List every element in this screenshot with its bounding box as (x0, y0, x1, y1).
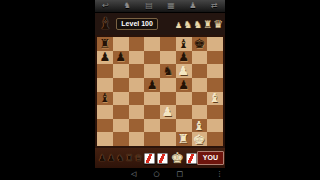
square-f5[interactable]: ♟ (176, 78, 192, 92)
white-bishop: ♝ (194, 120, 205, 132)
square-d8[interactable] (144, 37, 160, 51)
square-f1[interactable]: ♜ (176, 132, 192, 146)
captured-black-pawn: ♟ (107, 154, 115, 163)
square-c8[interactable] (129, 37, 145, 51)
black-pawn: ♟ (99, 51, 110, 63)
square-b6[interactable] (113, 64, 129, 78)
square-b7[interactable]: ♟ (113, 51, 129, 65)
letterbox-stage: ↩♞▤▦♟⇄ ♝ Level 100 ♟♞♞♜♛ ♜♝♚♟♟♟♞♟♟♟♝♝♟♝♜… (0, 0, 320, 180)
square-e7[interactable] (160, 51, 176, 65)
square-d3[interactable] (144, 105, 160, 119)
square-b8[interactable] (113, 37, 129, 51)
red-card-icon[interactable] (144, 153, 155, 164)
square-f6[interactable]: ♟ (176, 64, 192, 78)
square-a5[interactable] (97, 78, 113, 92)
square-c6[interactable] (129, 64, 145, 78)
opponent-side-piece-icon: ♝ (98, 16, 112, 32)
square-h2[interactable] (207, 119, 223, 133)
square-g6[interactable] (192, 64, 208, 78)
square-b2[interactable] (113, 119, 129, 133)
square-b3[interactable] (113, 105, 129, 119)
square-c4[interactable] (129, 92, 145, 106)
player-bar: ♟♟♞♜♛ ♚ YOU (95, 148, 225, 168)
square-d1[interactable] (144, 132, 160, 146)
square-g8[interactable]: ♚ (192, 37, 208, 51)
square-a7[interactable]: ♟ (97, 51, 113, 65)
square-c3[interactable] (129, 105, 145, 119)
square-g3[interactable] (192, 105, 208, 119)
square-e1[interactable] (160, 132, 176, 146)
square-f8[interactable]: ♝ (176, 37, 192, 51)
black-pawn: ♟ (178, 51, 189, 63)
square-f3[interactable] (176, 105, 192, 119)
white-pawn: ♟ (162, 106, 173, 118)
black-knight: ♞ (162, 65, 173, 77)
black-rook: ♜ (99, 38, 110, 50)
captured-black-knight: ♞ (116, 154, 124, 163)
chess-board-frame: ♜♝♚♟♟♟♞♟♟♟♝♝♟♝♜♚ (95, 35, 225, 148)
square-a2[interactable] (97, 119, 113, 133)
square-c1[interactable] (129, 132, 145, 146)
square-d2[interactable] (144, 119, 160, 133)
top-toolbar: ↩♞▤▦♟⇄ (95, 0, 225, 13)
black-bishop: ♝ (99, 92, 110, 104)
square-b1[interactable] (113, 132, 129, 146)
square-g2[interactable]: ♝ (192, 119, 208, 133)
captured-black-tray: ♟♟♞♜♛ (98, 154, 142, 163)
square-e4[interactable] (160, 92, 176, 106)
white-piece-statue-icon: ♚ (171, 151, 184, 166)
phone-screen: ↩♞▤▦♟⇄ ♝ Level 100 ♟♞♞♜♛ ♜♝♚♟♟♟♞♟♟♟♝♝♟♝♜… (95, 0, 225, 180)
chess-board: ♜♝♚♟♟♟♞♟♟♟♝♝♟♝♜♚ (97, 37, 223, 146)
captured-white-rook: ♜ (203, 20, 212, 30)
swap-sides-icon[interactable]: ⇄ (211, 2, 218, 10)
square-d7[interactable] (144, 51, 160, 65)
captured-black-rook: ♜ (125, 154, 133, 163)
square-h3[interactable] (207, 105, 223, 119)
captured-black-queen: ♛ (134, 154, 142, 163)
white-rook: ♜ (178, 133, 189, 145)
square-a1[interactable] (97, 132, 113, 146)
square-f7[interactable]: ♟ (176, 51, 192, 65)
square-h1[interactable] (207, 132, 223, 146)
captured-white-tray: ♟♞♞♜♛ (175, 19, 223, 30)
red-card-icon[interactable] (157, 153, 168, 164)
square-a6[interactable] (97, 64, 113, 78)
white-pawn: ♟ (178, 65, 189, 77)
square-e8[interactable] (160, 37, 176, 51)
square-e3[interactable]: ♟ (160, 105, 176, 119)
white-king: ♚ (194, 133, 206, 146)
square-h4[interactable]: ♝ (207, 92, 223, 106)
nav-home-icon[interactable]: ○ (153, 171, 159, 178)
square-f4[interactable] (176, 92, 192, 106)
you-badge: YOU (197, 151, 224, 164)
square-g5[interactable] (192, 78, 208, 92)
square-d6[interactable] (144, 64, 160, 78)
captured-white-pawn: ♟ (175, 22, 182, 30)
black-bishop: ♝ (178, 38, 189, 50)
square-f2[interactable] (176, 119, 192, 133)
square-e6[interactable]: ♞ (160, 64, 176, 78)
square-c2[interactable] (129, 119, 145, 133)
square-b5[interactable] (113, 78, 129, 92)
square-d5[interactable]: ♟ (144, 78, 160, 92)
knight-piece-icon[interactable]: ♞ (123, 2, 130, 10)
black-pawn: ♟ (115, 51, 126, 63)
captured-black-pawn: ♟ (98, 154, 106, 163)
captured-white-knight: ♞ (193, 20, 202, 30)
black-king: ♚ (194, 37, 206, 50)
square-g4[interactable] (192, 92, 208, 106)
square-h5[interactable] (207, 78, 223, 92)
captured-white-queen: ♛ (213, 19, 223, 30)
nav-back-icon[interactable]: ◁ (131, 171, 136, 178)
nav-more-icon[interactable]: ⋮ (216, 171, 223, 178)
move-list-icon[interactable]: ▤ (145, 2, 153, 10)
black-pawn: ♟ (178, 79, 189, 91)
square-d4[interactable] (144, 92, 160, 106)
square-a4[interactable]: ♝ (97, 92, 113, 106)
android-nav-bar: ◁ ○ □ ⋮ (95, 168, 225, 180)
square-g7[interactable] (192, 51, 208, 65)
square-h6[interactable] (207, 64, 223, 78)
pawn-piece-icon[interactable]: ♟ (189, 2, 196, 10)
square-h7[interactable] (207, 51, 223, 65)
square-b4[interactable] (113, 92, 129, 106)
red-card-icon[interactable] (186, 153, 197, 164)
square-c7[interactable] (129, 51, 145, 65)
square-c5[interactable] (129, 78, 145, 92)
square-e5[interactable] (160, 78, 176, 92)
square-h8[interactable] (207, 37, 223, 51)
nav-recents-icon[interactable]: □ (177, 171, 184, 178)
square-g1[interactable]: ♚ (192, 132, 208, 146)
board-icon[interactable]: ▦ (167, 2, 175, 10)
captured-white-knight: ♞ (183, 20, 192, 30)
opponent-bar: ♝ Level 100 ♟♞♞♜♛ (95, 13, 225, 35)
square-a3[interactable] (97, 105, 113, 119)
square-e2[interactable] (160, 119, 176, 133)
black-pawn: ♟ (147, 79, 158, 91)
square-a8[interactable]: ♜ (97, 37, 113, 51)
level-badge[interactable]: Level 100 (116, 18, 158, 30)
undo-icon[interactable]: ↩ (102, 2, 109, 10)
white-bishop: ♝ (210, 92, 221, 104)
